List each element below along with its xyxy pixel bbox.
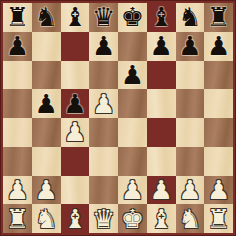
square-f4[interactable] xyxy=(147,118,176,147)
piece-black-pawn[interactable]: ♟ xyxy=(121,61,144,87)
square-h8[interactable]: ♜ xyxy=(204,3,233,32)
square-c3[interactable] xyxy=(61,147,90,176)
square-d8[interactable]: ♛ xyxy=(89,3,118,32)
square-a4[interactable] xyxy=(3,118,32,147)
square-c8[interactable]: ♝ xyxy=(61,3,90,32)
square-a8[interactable]: ♜ xyxy=(3,3,32,32)
square-e4[interactable] xyxy=(118,118,147,147)
square-e3[interactable] xyxy=(118,147,147,176)
square-c7[interactable] xyxy=(61,32,90,61)
square-d4[interactable] xyxy=(89,118,118,147)
square-b2[interactable]: ♟ xyxy=(32,176,61,205)
square-h6[interactable] xyxy=(204,61,233,90)
square-a5[interactable] xyxy=(3,89,32,118)
square-g7[interactable]: ♟ xyxy=(176,32,205,61)
piece-black-pawn[interactable]: ♟ xyxy=(92,33,115,59)
piece-white-knight[interactable]: ♞ xyxy=(34,205,57,231)
square-g1[interactable]: ♞ xyxy=(176,204,205,233)
piece-black-pawn[interactable]: ♟ xyxy=(207,33,230,59)
square-h4[interactable] xyxy=(204,118,233,147)
square-d7[interactable]: ♟ xyxy=(89,32,118,61)
square-h7[interactable]: ♟ xyxy=(204,32,233,61)
square-c4[interactable]: ♟ xyxy=(61,118,90,147)
square-a7[interactable]: ♟ xyxy=(3,32,32,61)
piece-white-pawn[interactable]: ♟ xyxy=(63,119,86,145)
piece-white-king[interactable]: ♚ xyxy=(121,205,144,231)
square-g4[interactable] xyxy=(176,118,205,147)
square-h5[interactable] xyxy=(204,89,233,118)
piece-white-pawn[interactable]: ♟ xyxy=(178,176,201,202)
square-b5[interactable]: ♟ xyxy=(32,89,61,118)
piece-black-bishop[interactable]: ♝ xyxy=(63,4,86,30)
square-a3[interactable] xyxy=(3,147,32,176)
square-b4[interactable] xyxy=(32,118,61,147)
piece-white-bishop[interactable]: ♝ xyxy=(63,205,86,231)
square-a6[interactable] xyxy=(3,61,32,90)
square-d1[interactable]: ♛ xyxy=(89,204,118,233)
piece-black-bishop[interactable]: ♝ xyxy=(149,4,172,30)
square-a2[interactable]: ♟ xyxy=(3,176,32,205)
square-b8[interactable]: ♞ xyxy=(32,3,61,32)
square-g5[interactable] xyxy=(176,89,205,118)
piece-black-queen[interactable]: ♛ xyxy=(92,4,115,30)
square-d2[interactable] xyxy=(89,176,118,205)
piece-black-pawn[interactable]: ♟ xyxy=(34,90,57,116)
piece-black-rook[interactable]: ♜ xyxy=(207,4,230,30)
square-g6[interactable] xyxy=(176,61,205,90)
piece-black-pawn[interactable]: ♟ xyxy=(178,33,201,59)
square-f8[interactable]: ♝ xyxy=(147,3,176,32)
piece-white-pawn[interactable]: ♟ xyxy=(207,176,230,202)
square-c1[interactable]: ♝ xyxy=(61,204,90,233)
piece-black-king[interactable]: ♚ xyxy=(121,4,144,30)
square-e1[interactable]: ♚ xyxy=(118,204,147,233)
square-f5[interactable] xyxy=(147,89,176,118)
piece-white-pawn[interactable]: ♟ xyxy=(6,176,29,202)
square-c6[interactable] xyxy=(61,61,90,90)
square-a1[interactable]: ♜ xyxy=(3,204,32,233)
piece-black-knight[interactable]: ♞ xyxy=(178,4,201,30)
square-g3[interactable] xyxy=(176,147,205,176)
piece-white-pawn[interactable]: ♟ xyxy=(149,176,172,202)
square-f1[interactable]: ♝ xyxy=(147,204,176,233)
square-d3[interactable] xyxy=(89,147,118,176)
square-e2[interactable]: ♟ xyxy=(118,176,147,205)
square-f7[interactable]: ♟ xyxy=(147,32,176,61)
piece-black-pawn[interactable]: ♟ xyxy=(149,33,172,59)
square-c5[interactable]: ♟ xyxy=(61,89,90,118)
square-h1[interactable]: ♜ xyxy=(204,204,233,233)
square-e6[interactable]: ♟ xyxy=(118,61,147,90)
piece-black-knight[interactable]: ♞ xyxy=(34,4,57,30)
square-b3[interactable] xyxy=(32,147,61,176)
square-b1[interactable]: ♞ xyxy=(32,204,61,233)
square-b6[interactable] xyxy=(32,61,61,90)
chess-board: ♜♞♝♛♚♝♞♜♟♟♟♟♟♟♟♟♟♟♟♟♟♟♟♟♜♞♝♛♚♝♞♜ xyxy=(3,3,233,233)
piece-white-queen[interactable]: ♛ xyxy=(92,205,115,231)
piece-white-bishop[interactable]: ♝ xyxy=(149,205,172,231)
piece-white-pawn[interactable]: ♟ xyxy=(34,176,57,202)
piece-white-rook[interactable]: ♜ xyxy=(6,205,29,231)
square-g2[interactable]: ♟ xyxy=(176,176,205,205)
square-f3[interactable] xyxy=(147,147,176,176)
piece-black-rook[interactable]: ♜ xyxy=(6,4,29,30)
square-e7[interactable] xyxy=(118,32,147,61)
piece-white-pawn[interactable]: ♟ xyxy=(121,176,144,202)
square-b7[interactable] xyxy=(32,32,61,61)
board-frame: ♜♞♝♛♚♝♞♜♟♟♟♟♟♟♟♟♟♟♟♟♟♟♟♟♜♞♝♛♚♝♞♜ xyxy=(0,0,236,236)
square-f2[interactable]: ♟ xyxy=(147,176,176,205)
square-d5[interactable]: ♟ xyxy=(89,89,118,118)
square-g8[interactable]: ♞ xyxy=(176,3,205,32)
square-f6[interactable] xyxy=(147,61,176,90)
piece-black-pawn[interactable]: ♟ xyxy=(63,90,86,116)
piece-black-pawn[interactable]: ♟ xyxy=(6,33,29,59)
piece-white-knight[interactable]: ♞ xyxy=(178,205,201,231)
square-h3[interactable] xyxy=(204,147,233,176)
square-d6[interactable] xyxy=(89,61,118,90)
square-c2[interactable] xyxy=(61,176,90,205)
piece-white-rook[interactable]: ♜ xyxy=(207,205,230,231)
square-e5[interactable] xyxy=(118,89,147,118)
piece-white-pawn[interactable]: ♟ xyxy=(92,90,115,116)
square-e8[interactable]: ♚ xyxy=(118,3,147,32)
square-h2[interactable]: ♟ xyxy=(204,176,233,205)
